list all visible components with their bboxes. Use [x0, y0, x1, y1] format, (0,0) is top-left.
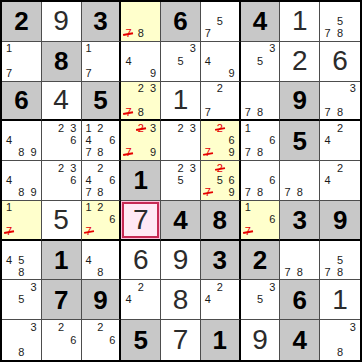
candidate-8: 8 [94, 187, 106, 199]
candidate-3: 3 [266, 281, 278, 293]
cell-r1c7[interactable]: 4 [241, 2, 281, 42]
cell-r5c8[interactable]: 78 [280, 161, 320, 201]
candidate-5: 5 [15, 294, 27, 306]
candidate-7: 7 [83, 147, 95, 159]
candidates: 78 [281, 242, 318, 279]
candidate-8: 8 [294, 187, 306, 199]
given-digit: 3 [93, 8, 107, 34]
eliminated-candidate-7: 7 [3, 226, 15, 238]
candidate-3: 3 [187, 122, 199, 134]
cell-r9c3[interactable]: 26 [82, 320, 122, 360]
candidates: 24 [321, 122, 359, 159]
given-digit: 4 [173, 207, 187, 233]
candidate-9: 9 [226, 67, 238, 79]
candidate-8: 8 [15, 266, 27, 278]
candidates: 2679 [202, 122, 238, 159]
cell-r2c7[interactable]: 35 [241, 42, 281, 82]
cell-r8c9[interactable]: 1 [320, 280, 360, 320]
candidate-3: 3 [187, 43, 199, 55]
candidate-3: 3 [28, 321, 40, 334]
cell-r4c9[interactable]: 24 [320, 121, 360, 161]
cell-r9c2[interactable]: 26 [42, 320, 82, 360]
cell-r3c5[interactable]: 1 [161, 82, 201, 122]
cell-r9c8[interactable]: 4 [280, 320, 320, 360]
cell-r5c5[interactable]: 235 [161, 161, 201, 201]
candidates: 38 [3, 321, 40, 359]
cell-r1c4[interactable]: 78 [121, 2, 161, 42]
cell-r3c3[interactable]: 5 [82, 82, 122, 122]
candidate-4: 4 [83, 135, 95, 147]
solved-digit: 7 [173, 326, 189, 354]
cell-r6c9[interactable]: 9 [320, 201, 360, 241]
given-digit: 5 [133, 327, 147, 353]
cell-r5c6[interactable]: 25679 [201, 161, 241, 201]
given-digit: 8 [213, 207, 227, 233]
cell-r5c1[interactable]: 489 [2, 161, 42, 201]
solved-digit: 4 [53, 86, 69, 114]
cell-r1c2[interactable]: 9 [42, 2, 82, 42]
solved-digit: 1 [173, 86, 189, 114]
candidate-2: 2 [94, 202, 106, 214]
given-digit: 6 [173, 8, 187, 34]
cell-r7c6[interactable]: 3 [201, 241, 241, 281]
cell-r7c3[interactable]: 48 [82, 241, 122, 281]
candidate-4: 4 [321, 174, 334, 186]
candidate-7: 7 [242, 147, 254, 159]
given-digit: 6 [14, 87, 28, 113]
cell-r8c5[interactable]: 8 [161, 280, 201, 320]
cell-r7c5[interactable]: 9 [161, 241, 201, 281]
candidate-8: 8 [15, 346, 27, 359]
eliminated-candidate-7: 7 [242, 226, 254, 238]
candidates: 35 [242, 281, 279, 318]
candidate-3: 3 [28, 281, 40, 293]
cell-r7c4[interactable]: 6 [121, 241, 161, 281]
candidate-5: 5 [214, 15, 226, 27]
cell-r3c9[interactable]: 378 [320, 82, 360, 122]
eliminated-candidate-2: 2 [214, 162, 226, 174]
cell-r1c8[interactable]: 1 [280, 2, 320, 42]
candidate-8: 8 [94, 266, 106, 278]
cell-r3c2[interactable]: 4 [42, 82, 82, 122]
cell-r5c4[interactable]: 1 [121, 161, 161, 201]
candidate-9: 9 [28, 187, 40, 199]
candidate-4: 4 [83, 254, 95, 266]
cell-r7c7[interactable]: 2 [241, 241, 281, 281]
candidate-2: 2 [94, 321, 106, 334]
candidate-2: 2 [174, 162, 186, 174]
candidate-6: 6 [266, 174, 278, 186]
cell-r3c6[interactable]: 27 [201, 82, 241, 122]
candidate-6: 6 [67, 135, 79, 147]
candidate-7: 7 [202, 106, 214, 118]
eliminated-candidate-2: 2 [135, 122, 147, 134]
cell-r2c4[interactable]: 49 [121, 42, 161, 82]
solved-digit: 9 [252, 326, 268, 354]
cell-r4c7[interactable]: 1678 [241, 121, 281, 161]
candidates: 235 [162, 162, 199, 199]
solved-digit: 6 [133, 246, 149, 274]
cell-r7c1[interactable]: 458 [2, 241, 42, 281]
eliminated-candidate-7: 7 [122, 28, 134, 40]
candidate-9: 9 [226, 187, 238, 199]
candidate-7: 7 [281, 266, 293, 278]
candidates: 124678 [83, 122, 119, 159]
candidate-8: 8 [135, 106, 147, 118]
cell-r4c3[interactable]: 124678 [82, 121, 122, 161]
candidate-7: 7 [321, 28, 334, 40]
solved-digit: 7 [133, 206, 149, 234]
eliminated-candidate-7: 7 [83, 226, 95, 238]
cell-r2c1[interactable]: 17 [2, 42, 42, 82]
given-digit: 9 [333, 207, 347, 233]
cell-r6c7[interactable]: 167 [241, 201, 281, 241]
candidates: 26 [43, 321, 80, 359]
cell-r6c8[interactable]: 3 [280, 201, 320, 241]
candidate-3: 3 [147, 83, 159, 95]
cell-r9c7[interactable]: 9 [241, 320, 281, 360]
cell-r2c6[interactable]: 49 [201, 42, 241, 82]
cell-r4c6[interactable]: 2679 [201, 121, 241, 161]
candidate-2: 2 [334, 122, 347, 134]
candidates: 35 [3, 281, 40, 318]
candidate-2: 2 [55, 162, 67, 174]
candidate-4: 4 [3, 174, 15, 186]
candidate-9: 9 [28, 147, 40, 159]
candidates: 24678 [83, 162, 119, 199]
candidate-3: 3 [346, 83, 359, 95]
candidate-4: 4 [321, 135, 334, 147]
candidate-5: 5 [15, 254, 27, 266]
cell-r4c4[interactable]: 2379 [121, 121, 161, 161]
candidates: 17 [3, 202, 40, 238]
candidates: 167 [242, 202, 279, 238]
candidates: 17 [3, 43, 40, 80]
candidate-7: 7 [202, 28, 214, 40]
cell-r9c9[interactable]: 38 [320, 320, 360, 360]
candidates: 236 [43, 122, 80, 159]
candidate-7: 7 [321, 106, 334, 118]
solved-digit: 8 [173, 286, 189, 314]
candidate-3: 3 [346, 321, 359, 334]
cell-r2c8[interactable]: 2 [280, 42, 320, 82]
cell-r3c7[interactable]: 78 [241, 82, 281, 122]
given-digit: 4 [253, 8, 267, 34]
candidate-5: 5 [174, 174, 186, 186]
candidates: 57 [202, 3, 238, 40]
candidates: 1267 [83, 202, 119, 238]
candidate-7: 7 [242, 187, 254, 199]
candidate-3: 3 [187, 162, 199, 174]
candidates: 49 [202, 43, 238, 80]
candidate-9: 9 [147, 147, 159, 159]
given-digit: 1 [54, 247, 68, 273]
candidate-9: 9 [226, 147, 238, 159]
candidate-3: 3 [266, 43, 278, 55]
given-digit: 2 [14, 8, 28, 34]
candidates: 78 [242, 83, 279, 119]
candidates: 578 [321, 3, 359, 40]
candidate-7: 7 [3, 67, 15, 79]
cell-r9c1[interactable]: 38 [2, 320, 42, 360]
given-digit: 3 [293, 207, 307, 233]
candidates: 78 [281, 162, 318, 199]
candidates: 489 [3, 122, 40, 159]
cell-r8c4[interactable]: 24 [121, 280, 161, 320]
candidate-5: 5 [214, 174, 226, 186]
candidate-4: 4 [3, 135, 15, 147]
candidate-8: 8 [254, 106, 266, 118]
given-digit: 8 [54, 48, 68, 74]
cell-r5c9[interactable]: 24 [320, 161, 360, 201]
solved-digit: 9 [53, 7, 69, 35]
cell-r4c5[interactable]: 23 [161, 121, 201, 161]
candidate-9: 9 [147, 67, 159, 79]
cell-r2c5[interactable]: 35 [161, 42, 201, 82]
given-digit: 4 [293, 327, 307, 353]
candidate-8: 8 [94, 147, 106, 159]
cell-r8c1[interactable]: 35 [2, 280, 42, 320]
candidates: 578 [321, 242, 359, 279]
candidate-6: 6 [106, 174, 118, 186]
candidate-7: 7 [242, 106, 254, 118]
cell-r5c2[interactable]: 236 [42, 161, 82, 201]
candidate-6: 6 [106, 214, 118, 226]
candidate-6: 6 [67, 334, 79, 347]
cell-r3c4[interactable]: 2378 [121, 82, 161, 122]
candidate-2: 2 [55, 122, 67, 134]
cell-r6c1[interactable]: 17 [2, 201, 42, 241]
eliminated-candidate-2: 2 [214, 122, 226, 134]
candidate-6: 6 [266, 214, 278, 226]
candidates: 489 [3, 162, 40, 199]
candidate-6: 6 [67, 174, 79, 186]
candidate-4: 4 [122, 294, 134, 306]
candidate-2: 2 [135, 83, 147, 95]
cell-r2c9[interactable]: 6 [320, 42, 360, 82]
candidate-4: 4 [3, 254, 15, 266]
given-digit: 5 [93, 87, 107, 113]
candidate-4: 4 [122, 55, 134, 67]
given-digit: 5 [293, 128, 307, 154]
solved-digit: 1 [292, 7, 308, 35]
candidate-8: 8 [15, 147, 27, 159]
candidate-5: 5 [254, 55, 266, 67]
cell-r2c2[interactable]: 8 [42, 42, 82, 82]
candidates: 48 [83, 242, 119, 279]
candidate-1: 1 [3, 202, 15, 214]
candidate-6: 6 [106, 334, 118, 347]
cell-r4c2[interactable]: 236 [42, 121, 82, 161]
cell-r8c8[interactable]: 6 [280, 280, 320, 320]
candidate-5: 5 [334, 254, 347, 266]
candidates: 24 [321, 162, 359, 199]
candidate-6: 6 [106, 135, 118, 147]
cell-r3c1[interactable]: 6 [2, 82, 42, 122]
candidate-3: 3 [67, 162, 79, 174]
candidate-1: 1 [242, 202, 254, 214]
candidates: 236 [43, 162, 80, 199]
candidate-8: 8 [254, 147, 266, 159]
cell-r1c5[interactable]: 6 [161, 2, 201, 42]
eliminated-candidate-7: 7 [202, 187, 214, 199]
candidate-2: 2 [214, 83, 226, 95]
candidate-2: 2 [174, 122, 186, 134]
candidates: 35 [162, 43, 199, 80]
candidates: 26 [83, 321, 119, 359]
solved-digit: 2 [292, 47, 308, 75]
cell-r4c8[interactable]: 5 [280, 121, 320, 161]
candidate-1: 1 [3, 43, 15, 55]
candidate-7: 7 [83, 187, 95, 199]
cell-r6c2[interactable]: 5 [42, 201, 82, 241]
eliminated-candidate-7: 7 [122, 147, 134, 159]
cell-r8c6[interactable]: 24 [201, 280, 241, 320]
candidate-1: 1 [83, 43, 95, 55]
given-digit: 1 [133, 167, 147, 193]
candidate-3: 3 [67, 122, 79, 134]
candidates: 458 [3, 242, 40, 279]
cell-r8c7[interactable]: 35 [241, 280, 281, 320]
candidate-2: 2 [135, 281, 147, 293]
cell-r1c9[interactable]: 578 [320, 2, 360, 42]
cell-r5c7[interactable]: 678 [241, 161, 281, 201]
candidate-1: 1 [83, 122, 95, 134]
cell-r4c1[interactable]: 489 [2, 121, 42, 161]
candidate-8: 8 [15, 187, 27, 199]
eliminated-candidate-7: 7 [202, 147, 214, 159]
candidate-8: 8 [334, 106, 347, 118]
solved-digit: 1 [332, 286, 348, 314]
cell-r1c3[interactable]: 3 [82, 2, 122, 42]
cell-r9c4[interactable]: 5 [121, 320, 161, 360]
candidate-8: 8 [334, 266, 347, 278]
cell-r6c3[interactable]: 1267 [82, 201, 122, 241]
candidates: 38 [321, 321, 359, 359]
cell-r6c5[interactable]: 4 [161, 201, 201, 241]
candidate-1: 1 [242, 122, 254, 134]
given-digit: 9 [293, 87, 307, 113]
candidate-3: 3 [147, 122, 159, 134]
candidate-2: 2 [94, 122, 106, 134]
candidates: 24 [122, 281, 159, 318]
candidates: 49 [122, 43, 159, 80]
candidate-8: 8 [334, 28, 347, 40]
candidate-5: 5 [334, 15, 347, 27]
candidate-1: 1 [83, 202, 95, 214]
cell-r2c3[interactable]: 17 [82, 42, 122, 82]
sudoku-board: 2937865741578178174935493526645237812778… [0, 0, 362, 362]
cell-r6c4[interactable]: 7 [121, 201, 161, 241]
candidates: 35 [242, 43, 279, 80]
candidate-2: 2 [334, 162, 347, 174]
candidate-8: 8 [334, 346, 347, 359]
candidates: 23 [162, 122, 199, 159]
cell-r6c6[interactable]: 8 [201, 201, 241, 241]
cell-r3c8[interactable]: 9 [280, 82, 320, 122]
cell-r8c2[interactable]: 7 [42, 280, 82, 320]
candidates: 24 [202, 281, 238, 318]
candidate-7: 7 [321, 266, 334, 278]
cell-r8c3[interactable]: 9 [82, 280, 122, 320]
candidate-5: 5 [254, 294, 266, 306]
candidate-5: 5 [174, 55, 186, 67]
cell-r9c6[interactable]: 1 [201, 320, 241, 360]
cell-r7c8[interactable]: 78 [280, 241, 320, 281]
solved-digit: 5 [53, 206, 69, 234]
candidate-8: 8 [254, 187, 266, 199]
candidate-8: 8 [135, 28, 147, 40]
candidate-4: 4 [202, 55, 214, 67]
candidates: 2379 [122, 122, 159, 159]
candidate-7: 7 [83, 67, 95, 79]
candidates: 27 [202, 83, 238, 119]
given-digit: 7 [54, 287, 68, 313]
given-digit: 1 [213, 327, 227, 353]
candidates: 2378 [122, 83, 159, 119]
solved-digit: 6 [332, 47, 348, 75]
candidate-2: 2 [94, 162, 106, 174]
given-digit: 6 [293, 287, 307, 313]
candidate-2: 2 [55, 321, 67, 334]
candidate-7: 7 [281, 187, 293, 199]
candidate-2: 2 [214, 281, 226, 293]
given-digit: 3 [213, 247, 227, 273]
given-digit: 2 [253, 247, 267, 273]
candidates: 1678 [242, 122, 279, 159]
candidates: 378 [321, 83, 359, 119]
candidates: 25679 [202, 162, 238, 199]
candidate-6: 6 [226, 135, 238, 147]
cell-r5c3[interactable]: 24678 [82, 161, 122, 201]
cell-r1c1[interactable]: 2 [2, 2, 42, 42]
eliminated-candidate-7: 7 [122, 106, 134, 118]
candidate-6: 6 [266, 135, 278, 147]
candidates: 678 [242, 162, 279, 199]
solved-digit: 9 [173, 246, 189, 274]
cell-r7c2[interactable]: 1 [42, 241, 82, 281]
candidate-8: 8 [294, 266, 306, 278]
cell-r7c9[interactable]: 578 [320, 241, 360, 281]
candidates: 78 [122, 3, 159, 40]
cell-r9c5[interactable]: 7 [161, 320, 201, 360]
candidates: 17 [83, 43, 119, 80]
candidate-4: 4 [202, 294, 214, 306]
given-digit: 9 [93, 287, 107, 313]
candidate-4: 4 [83, 174, 95, 186]
cell-r1c6[interactable]: 57 [201, 2, 241, 42]
candidate-6: 6 [226, 174, 238, 186]
